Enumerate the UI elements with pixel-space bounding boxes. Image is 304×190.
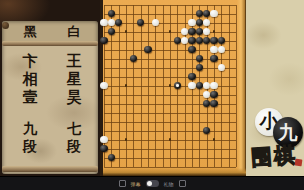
- scroll-char: 壹: [23, 88, 38, 106]
- scroll-char: 段: [23, 137, 37, 155]
- channel-logo: 小 九 围棋: [246, 100, 304, 176]
- player-control-bar: 弹幕 礼物: [0, 176, 304, 190]
- toggle-knob: [147, 181, 152, 186]
- scroll-char: 白: [68, 25, 81, 39]
- black-stone: [100, 145, 107, 152]
- white-stone: [203, 91, 210, 98]
- black-stone: [174, 37, 181, 44]
- black-stone: [108, 28, 115, 35]
- scroll-char: 段: [67, 137, 81, 155]
- white-stone: [203, 28, 210, 35]
- control-icon-right[interactable]: [179, 180, 186, 187]
- black-stone: [188, 37, 195, 44]
- scroll-char: 黑: [24, 25, 37, 39]
- star-point: [169, 30, 171, 32]
- black-stone: [130, 55, 137, 62]
- black-stone: [188, 46, 195, 53]
- scroll-char: 相: [23, 70, 38, 88]
- control-icon-left[interactable]: [119, 180, 126, 187]
- white-player-column: 白王星昊七段: [54, 25, 94, 171]
- black-stone: [196, 19, 203, 26]
- logo-brand-text: 围棋: [250, 140, 304, 172]
- black-stone: [210, 91, 217, 98]
- white-stone: [100, 82, 107, 89]
- go-broadcast-frame: 白王星昊七段 黑卞相壹九段 小 九 围棋 弹幕 礼物: [0, 0, 304, 190]
- danmaku-label: 弹幕: [131, 181, 141, 187]
- black-stone: [137, 19, 144, 26]
- star-point: [125, 30, 127, 32]
- scroll-char: 卞: [23, 52, 38, 70]
- star-point: [125, 84, 127, 86]
- side-panel: 小 九 围棋: [246, 0, 304, 176]
- black-stone: [196, 82, 203, 89]
- white-stone: [108, 19, 115, 26]
- black-stone: [210, 55, 217, 62]
- black-stone: [210, 100, 217, 107]
- white-stone: [188, 82, 195, 89]
- white-stone: [152, 19, 159, 26]
- red-seal-icon: [295, 159, 303, 167]
- go-board: [103, 0, 246, 176]
- black-stone: [100, 37, 107, 44]
- black-stone: [203, 100, 210, 107]
- white-stone: [100, 19, 107, 26]
- player-scroll-panel: 白王星昊七段 黑卞相壹九段: [0, 0, 103, 176]
- black-stone: [218, 37, 225, 44]
- black-stone: [196, 64, 203, 71]
- white-stone: [181, 28, 188, 35]
- black-stone: [203, 127, 210, 134]
- black-stone: [196, 10, 203, 17]
- star-point: [213, 30, 215, 32]
- grid-line-horizontal: [104, 113, 236, 114]
- scroll-char: 王: [67, 52, 82, 70]
- black-stone: [188, 73, 195, 80]
- white-stone: [181, 37, 188, 44]
- black-stone: [196, 28, 203, 35]
- star-point: [169, 84, 171, 86]
- black-stone: [196, 37, 203, 44]
- black-stone: [210, 37, 217, 44]
- grid-line-vertical: [221, 5, 222, 167]
- black-stone: [203, 10, 210, 17]
- star-point: [213, 138, 215, 140]
- white-stone: [210, 10, 217, 17]
- grid-line-horizontal: [104, 122, 236, 123]
- white-stone: [203, 82, 210, 89]
- last-move-marker: [176, 84, 179, 87]
- scroll-char: 昊: [67, 88, 82, 106]
- white-stone: [218, 46, 225, 53]
- black-stone: [108, 154, 115, 161]
- gift-label: 礼物: [164, 181, 174, 187]
- black-stone: [196, 55, 203, 62]
- grid-line-vertical: [236, 5, 237, 167]
- white-stone: [218, 64, 225, 71]
- white-stone: [188, 19, 195, 26]
- white-stone: [210, 46, 217, 53]
- black-stone: [108, 10, 115, 17]
- white-stone: [100, 136, 107, 143]
- star-point: [169, 138, 171, 140]
- black-stone: [188, 28, 195, 35]
- star-point: [125, 138, 127, 140]
- scroll-char: 七: [67, 119, 81, 137]
- black-stone: [144, 46, 151, 53]
- scroll-knob-icon: [2, 22, 9, 29]
- grid-line-horizontal: [104, 158, 236, 159]
- grid-line-horizontal: [104, 149, 236, 150]
- black-stone: [115, 19, 122, 26]
- black-stone: [174, 82, 181, 89]
- black-stone: [203, 37, 210, 44]
- white-stone: [203, 19, 210, 26]
- scroll-char: 九: [23, 119, 37, 137]
- scroll-char: 星: [67, 70, 82, 88]
- grid-line-horizontal: [104, 131, 236, 132]
- grid-line-horizontal: [104, 167, 236, 168]
- grid-line-vertical: [229, 5, 230, 167]
- black-player-column: 黑卞相壹九段: [10, 25, 50, 171]
- white-stone: [210, 82, 217, 89]
- scroll-parchment: 白王星昊七段 黑卞相壹九段: [2, 21, 98, 174]
- danmaku-toggle[interactable]: [146, 180, 159, 187]
